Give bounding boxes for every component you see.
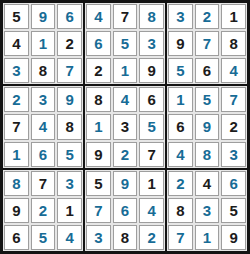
sudoku-cell[interactable]: 9 xyxy=(139,58,164,83)
sudoku-cell[interactable]: 5 xyxy=(86,171,111,196)
sudoku-cell[interactable]: 7 xyxy=(113,4,138,29)
sudoku-cell[interactable]: 7 xyxy=(168,225,193,250)
sudoku-cell[interactable]: 5 xyxy=(195,87,220,112)
sudoku-cell[interactable]: 1 xyxy=(139,171,164,196)
sudoku-cell[interactable]: 3 xyxy=(221,142,246,167)
sudoku-cell[interactable]: 5 xyxy=(113,31,138,56)
sudoku-box: 596412387 xyxy=(2,2,84,85)
sudoku-box: 157692483 xyxy=(166,85,248,168)
sudoku-cell[interactable]: 5 xyxy=(168,58,193,83)
sudoku-cell[interactable]: 9 xyxy=(113,171,138,196)
sudoku-cell[interactable]: 6 xyxy=(195,58,220,83)
sudoku-cell[interactable]: 7 xyxy=(86,198,111,223)
sudoku-cell[interactable]: 1 xyxy=(113,58,138,83)
sudoku-cell[interactable]: 9 xyxy=(57,87,82,112)
sudoku-cell[interactable]: 5 xyxy=(139,114,164,139)
sudoku-cell[interactable]: 6 xyxy=(4,225,29,250)
sudoku-cell[interactable]: 7 xyxy=(57,58,82,83)
sudoku-cell[interactable]: 3 xyxy=(4,58,29,83)
sudoku-cell[interactable]: 8 xyxy=(86,87,111,112)
sudoku-cell[interactable]: 8 xyxy=(113,225,138,250)
sudoku-cell[interactable]: 4 xyxy=(4,31,29,56)
sudoku-cell[interactable]: 2 xyxy=(31,198,56,223)
sudoku-cell[interactable]: 4 xyxy=(168,142,193,167)
sudoku-cell[interactable]: 9 xyxy=(221,225,246,250)
sudoku-cell[interactable]: 9 xyxy=(86,142,111,167)
sudoku-cell[interactable]: 6 xyxy=(113,198,138,223)
sudoku-cell[interactable]: 3 xyxy=(113,114,138,139)
sudoku-cell[interactable]: 3 xyxy=(86,225,111,250)
sudoku-cell[interactable]: 7 xyxy=(139,142,164,167)
sudoku-cell[interactable]: 4 xyxy=(139,198,164,223)
sudoku-cell[interactable]: 2 xyxy=(57,31,82,56)
sudoku-cell[interactable]: 7 xyxy=(4,114,29,139)
sudoku-box: 846135927 xyxy=(84,85,166,168)
sudoku-cell[interactable]: 3 xyxy=(195,198,220,223)
sudoku-cell[interactable]: 3 xyxy=(168,4,193,29)
sudoku-cell[interactable]: 6 xyxy=(86,31,111,56)
sudoku-cell[interactable]: 6 xyxy=(139,87,164,112)
sudoku-cell[interactable]: 1 xyxy=(4,142,29,167)
sudoku-cell[interactable]: 4 xyxy=(195,171,220,196)
sudoku-cell[interactable]: 7 xyxy=(221,87,246,112)
sudoku-cell[interactable]: 6 xyxy=(168,114,193,139)
sudoku-cell[interactable]: 3 xyxy=(31,87,56,112)
sudoku-cell[interactable]: 7 xyxy=(31,171,56,196)
sudoku-cell[interactable]: 8 xyxy=(57,114,82,139)
sudoku-cell[interactable]: 9 xyxy=(195,114,220,139)
sudoku-cell[interactable]: 9 xyxy=(31,4,56,29)
sudoku-cell[interactable]: 2 xyxy=(168,171,193,196)
sudoku-box: 239748165 xyxy=(2,85,84,168)
sudoku-cell[interactable]: 1 xyxy=(195,225,220,250)
sudoku-cell[interactable]: 9 xyxy=(168,31,193,56)
sudoku-cell[interactable]: 8 xyxy=(221,31,246,56)
sudoku-cell[interactable]: 2 xyxy=(86,58,111,83)
sudoku-cell[interactable]: 3 xyxy=(57,171,82,196)
sudoku-cell[interactable]: 2 xyxy=(195,4,220,29)
sudoku-cell[interactable]: 1 xyxy=(168,87,193,112)
sudoku-cell[interactable]: 2 xyxy=(221,114,246,139)
sudoku-cell[interactable]: 1 xyxy=(57,198,82,223)
sudoku-cell[interactable]: 4 xyxy=(31,114,56,139)
sudoku-cell[interactable]: 8 xyxy=(195,142,220,167)
sudoku-cell[interactable]: 2 xyxy=(113,142,138,167)
sudoku-box: 246835719 xyxy=(166,169,248,252)
sudoku-cell[interactable]: 2 xyxy=(4,87,29,112)
sudoku-cell[interactable]: 4 xyxy=(86,4,111,29)
sudoku-cell[interactable]: 8 xyxy=(31,58,56,83)
sudoku-cell[interactable]: 3 xyxy=(139,31,164,56)
sudoku-cell[interactable]: 8 xyxy=(139,4,164,29)
sudoku-cell[interactable]: 6 xyxy=(57,4,82,29)
sudoku-cell[interactable]: 7 xyxy=(195,31,220,56)
sudoku-cell[interactable]: 1 xyxy=(86,114,111,139)
sudoku-cell[interactable]: 5 xyxy=(57,142,82,167)
sudoku-cell[interactable]: 5 xyxy=(221,198,246,223)
sudoku-box: 321978564 xyxy=(166,2,248,85)
sudoku-cell[interactable]: 1 xyxy=(221,4,246,29)
sudoku-box: 478653219 xyxy=(84,2,166,85)
sudoku-box: 591764382 xyxy=(84,169,166,252)
sudoku-cell[interactable]: 2 xyxy=(139,225,164,250)
sudoku-cell[interactable]: 4 xyxy=(113,87,138,112)
sudoku-box: 873921654 xyxy=(2,169,84,252)
sudoku-board: 5964123874786532193219785642397481658461… xyxy=(0,0,250,254)
sudoku-cell[interactable]: 5 xyxy=(31,225,56,250)
sudoku-cell[interactable]: 6 xyxy=(31,142,56,167)
sudoku-cell[interactable]: 8 xyxy=(4,171,29,196)
sudoku-cell[interactable]: 5 xyxy=(4,4,29,29)
sudoku-cell[interactable]: 4 xyxy=(221,58,246,83)
sudoku-cell[interactable]: 9 xyxy=(4,198,29,223)
sudoku-cell[interactable]: 6 xyxy=(221,171,246,196)
sudoku-cell[interactable]: 8 xyxy=(168,198,193,223)
sudoku-cell[interactable]: 1 xyxy=(31,31,56,56)
sudoku-cell[interactable]: 4 xyxy=(57,225,82,250)
